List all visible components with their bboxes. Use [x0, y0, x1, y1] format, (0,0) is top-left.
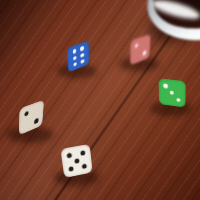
die-blue-front-pip	[80, 52, 83, 57]
die-blue-front-pip	[80, 46, 83, 51]
die-blue-front-pip	[80, 58, 83, 63]
die-green-face-front	[159, 78, 186, 107]
die-red-front-pip	[142, 50, 145, 55]
table-photo	[0, 0, 200, 200]
die-blue-front-pip	[72, 55, 76, 60]
die-blue-front-pip	[73, 61, 77, 66]
die-white-front	[60, 144, 92, 178]
die-white-front-front-pip	[68, 166, 74, 172]
die-white-left-front-pip	[24, 110, 28, 116]
die-white-front-front-pip	[80, 150, 85, 156]
die-green-front-pip	[163, 84, 167, 89]
die-white-front-face-front	[60, 144, 92, 178]
die-red-front-pip	[134, 43, 137, 48]
die-green-front-pip	[170, 91, 174, 96]
die-white-left-front-pip	[34, 118, 38, 124]
die-green	[159, 78, 186, 107]
die-white-front-front-pip	[74, 158, 79, 164]
die-green-front-pip	[176, 98, 180, 103]
die-blue-front-pip	[72, 48, 76, 53]
die-white-front-front-pip	[67, 153, 73, 159]
die-white-front-front-pip	[82, 163, 87, 169]
